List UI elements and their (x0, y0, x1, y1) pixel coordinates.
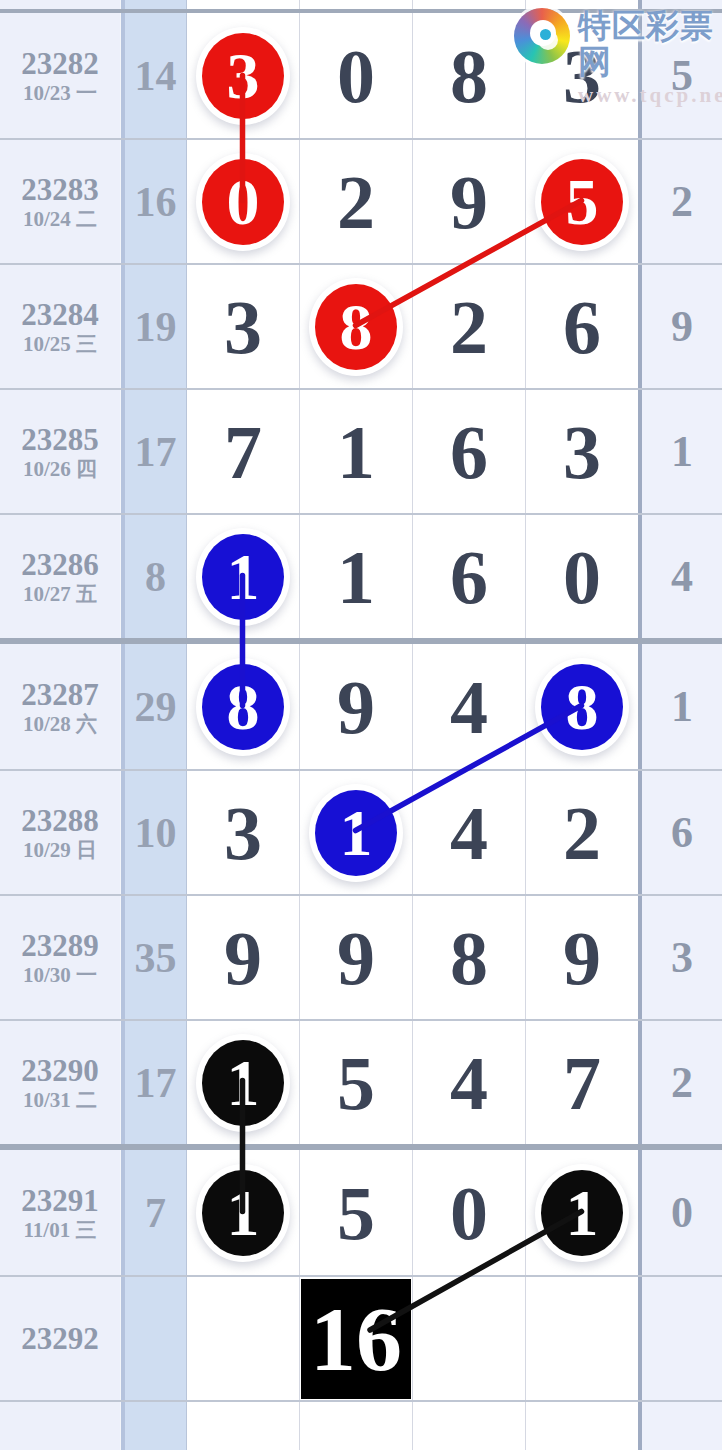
digit-cell: 8 (412, 13, 525, 138)
lottery-trend-chart: 2328210/23 一14308352328310/24 二160295223… (0, 0, 722, 1450)
draw-date: 10/29 日 (23, 840, 97, 861)
issue-cell (0, 0, 120, 9)
partial-row-bottom (0, 1400, 722, 1450)
digit-cell (525, 1277, 638, 1400)
issue-number: 23289 (21, 930, 99, 961)
issue-number: 23284 (21, 299, 99, 330)
issue-cell (0, 1402, 120, 1450)
issue-cell: 2328310/24 二 (0, 140, 120, 263)
issue-cell: 2328410/25 三 (0, 265, 120, 388)
digit-cell: 5 (299, 1021, 412, 1144)
digit-cell: 16 (299, 1277, 412, 1400)
digit-cell: 1 (299, 390, 412, 513)
circled-digit-red: 5 (541, 159, 623, 245)
issue-number: 23282 (21, 48, 99, 79)
chart-rows: 2328210/23 一14308352328310/24 二160295223… (0, 0, 722, 1450)
digit-cell: 8 (412, 896, 525, 1019)
tail-value: 1 (642, 390, 722, 513)
digit-cell: 3 (186, 265, 299, 388)
next-draw-highlight-box: 16 (301, 1279, 411, 1399)
draw-date: 10/26 四 (23, 459, 97, 480)
tail-value: 1 (642, 644, 722, 769)
draw-date: 10/24 二 (23, 209, 97, 230)
digit-cell: 5 (525, 140, 638, 263)
draw-row-23292: 2329216 (0, 1275, 722, 1400)
site-name: 特区彩票网 (578, 8, 722, 81)
draw-date: 10/23 一 (23, 83, 97, 104)
digit-cell: 9 (186, 896, 299, 1019)
digit-cell: 5 (299, 1150, 412, 1275)
issue-number: 23292 (21, 1323, 99, 1354)
draw-date: 10/27 五 (23, 584, 97, 605)
tail-value (642, 1402, 722, 1450)
issue-number: 23290 (21, 1055, 99, 1086)
tail-value: 2 (642, 140, 722, 263)
draw-row-23285: 2328510/26 四1771631 (0, 388, 722, 513)
digit-cell: 7 (186, 390, 299, 513)
sum-value: 7 (125, 1150, 186, 1275)
sum-value (125, 0, 186, 9)
sum-value: 35 (125, 896, 186, 1019)
sum-value: 10 (125, 771, 186, 894)
digit-cell (412, 1402, 525, 1450)
issue-number: 23287 (21, 679, 99, 710)
tail-value: 0 (642, 1150, 722, 1275)
digit-cell: 1 (525, 1150, 638, 1275)
digit-cell (412, 1277, 525, 1400)
digit-cell: 3 (525, 390, 638, 513)
digit-cell: 4 (412, 644, 525, 769)
issue-cell: 2329010/31 二 (0, 1021, 120, 1144)
issue-cell: 2328810/29 日 (0, 771, 120, 894)
digit-cell (186, 1277, 299, 1400)
draw-date: 10/31 二 (23, 1090, 97, 1111)
digit-cell: 4 (412, 771, 525, 894)
circled-digit-blue: 8 (541, 664, 623, 750)
issue-cell: 2329111/01 三 (0, 1150, 120, 1275)
digit-cell: 7 (525, 1021, 638, 1144)
issue-cell: 23292 (0, 1277, 120, 1400)
issue-number: 23288 (21, 805, 99, 836)
circled-digit-blue: 8 (202, 664, 284, 750)
sum-value: 14 (125, 13, 186, 138)
draw-row-23290: 2329010/31 二1715472 (0, 1019, 722, 1144)
circled-digit-red: 0 (202, 159, 284, 245)
sum-value: 19 (125, 265, 186, 388)
draw-row-23291: 2329111/01 三715010 (0, 1150, 722, 1275)
issue-number: 23286 (21, 549, 99, 580)
digit-cell (299, 0, 412, 9)
digit-cell: 1 (186, 1150, 299, 1275)
digit-cell: 9 (525, 896, 638, 1019)
circled-digit-black: 1 (202, 1170, 284, 1256)
digit-cell (186, 1402, 299, 1450)
issue-number: 23291 (21, 1185, 99, 1216)
issue-cell: 2328710/28 六 (0, 644, 120, 769)
site-logo[interactable]: 特区彩票网 www.tqcp.net (514, 8, 722, 108)
issue-cell: 2328210/23 一 (0, 13, 120, 138)
sum-value (125, 1402, 186, 1450)
tail-value: 4 (642, 515, 722, 638)
circled-digit-red: 8 (315, 284, 397, 370)
draw-date: 10/28 六 (23, 714, 97, 735)
draw-row-23289: 2328910/30 一3599893 (0, 894, 722, 1019)
tail-value: 3 (642, 896, 722, 1019)
draw-date: 10/25 三 (23, 334, 97, 355)
issue-cell: 2328910/30 一 (0, 896, 120, 1019)
digit-cell: 8 (299, 265, 412, 388)
digit-cell: 4 (412, 1021, 525, 1144)
digit-cell: 3 (186, 13, 299, 138)
digit-cell: 1 (186, 515, 299, 638)
digit-cell: 6 (525, 265, 638, 388)
digit-cell: 2 (412, 265, 525, 388)
digit-cell (525, 1402, 638, 1450)
draw-row-23286: 2328610/27 五811604 (0, 513, 722, 638)
sum-value (125, 1277, 186, 1400)
circled-digit-black: 1 (541, 1170, 623, 1256)
digit-cell: 0 (299, 13, 412, 138)
sum-value: 16 (125, 140, 186, 263)
digit-cell (186, 0, 299, 9)
issue-cell: 2328610/27 五 (0, 515, 120, 638)
digit-cell: 0 (412, 1150, 525, 1275)
draw-row-23284: 2328410/25 三1938269 (0, 263, 722, 388)
tail-value: 9 (642, 265, 722, 388)
tail-value (642, 1277, 722, 1400)
digit-cell: 0 (186, 140, 299, 263)
digit-cell: 9 (299, 644, 412, 769)
logo-text-block: 特区彩票网 www.tqcp.net (578, 8, 722, 108)
digit-cell: 6 (412, 390, 525, 513)
sum-value: 17 (125, 390, 186, 513)
tail-value: 2 (642, 1021, 722, 1144)
digit-cell: 8 (186, 644, 299, 769)
digit-cell: 2 (299, 140, 412, 263)
digit-cell: 9 (412, 140, 525, 263)
logo-swirl-icon (514, 8, 570, 64)
draw-row-23288: 2328810/29 日1031426 (0, 769, 722, 894)
issue-number: 23283 (21, 174, 99, 205)
site-url: www.tqcp.net (578, 83, 722, 108)
digit-cell: 1 (299, 515, 412, 638)
digit-cell: 1 (299, 771, 412, 894)
draw-row-23287: 2328710/28 六2989481 (0, 644, 722, 769)
draw-date: 11/01 三 (24, 1220, 97, 1241)
circled-digit-black: 1 (202, 1040, 284, 1126)
sum-value: 17 (125, 1021, 186, 1144)
circled-digit-blue: 1 (315, 790, 397, 876)
digit-cell: 6 (412, 515, 525, 638)
issue-cell: 2328510/26 四 (0, 390, 120, 513)
digit-cell: 1 (186, 1021, 299, 1144)
digit-cell: 3 (186, 771, 299, 894)
issue-number: 23285 (21, 424, 99, 455)
digit-cell (299, 1402, 412, 1450)
circled-digit-red: 3 (202, 33, 284, 119)
tail-value: 6 (642, 771, 722, 894)
digit-cell (412, 0, 525, 9)
digit-cell: 9 (299, 896, 412, 1019)
sum-value: 29 (125, 644, 186, 769)
draw-row-23283: 2328310/24 二1602952 (0, 138, 722, 263)
digit-cell: 2 (525, 771, 638, 894)
sum-value: 8 (125, 515, 186, 638)
digit-cell: 8 (525, 644, 638, 769)
digit-cell: 0 (525, 515, 638, 638)
draw-date: 10/30 一 (23, 965, 97, 986)
circled-digit-blue: 1 (202, 534, 284, 620)
